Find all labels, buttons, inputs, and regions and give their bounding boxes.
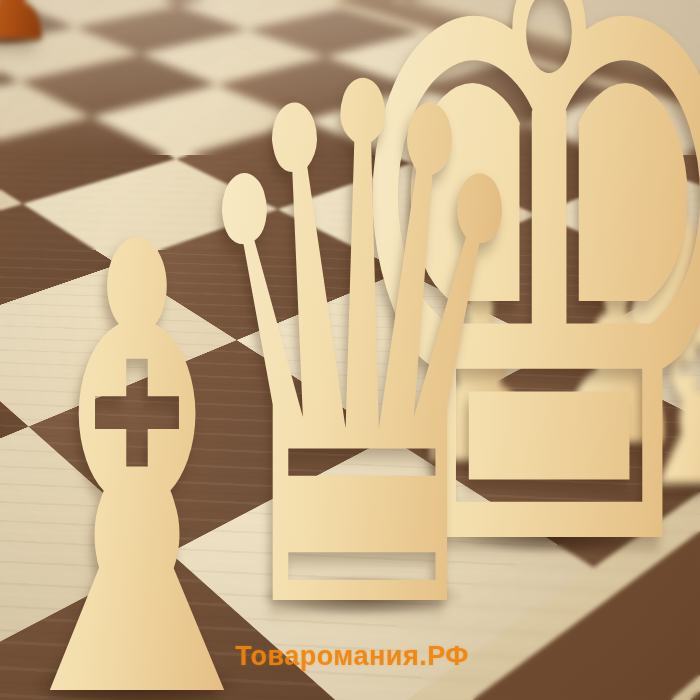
chess-photo-stage: ♝♛♚♟♟♟♝♟ Товаромания.РФ [0,0,700,700]
watermark: Товаромания.РФ [235,641,469,672]
piece-white-bishop-c1: ♝ [0,166,304,700]
piece-black-piece-distant: ♟ [0,0,56,57]
